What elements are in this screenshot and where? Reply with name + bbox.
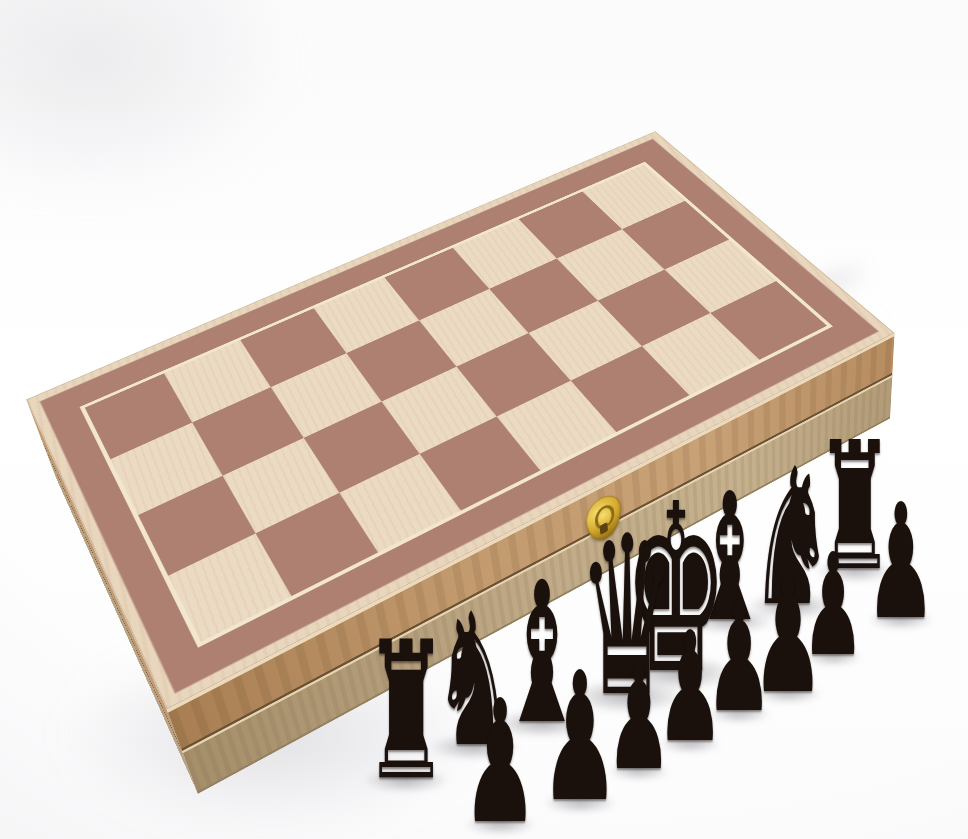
scene-3d xyxy=(0,0,968,839)
product-photo: ♜♞♝♛♚♝♞♜♟♟♟♟♟♟♟♟ xyxy=(0,0,968,839)
scene-tilt xyxy=(0,0,968,839)
chess-box xyxy=(57,210,890,794)
